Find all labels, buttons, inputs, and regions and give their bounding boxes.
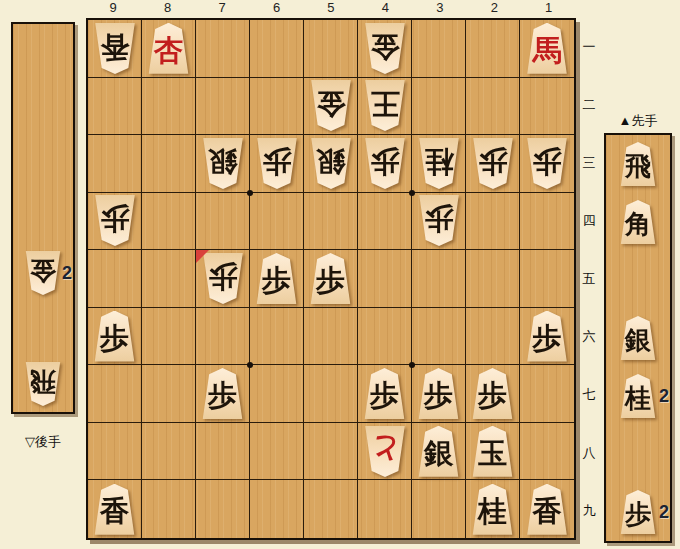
square-15[interactable]: [520, 250, 574, 308]
square-11[interactable]: 馬: [520, 20, 574, 78]
square-88[interactable]: [142, 423, 196, 481]
stand-slot-B: [13, 301, 73, 356]
piece-glyph: 香: [92, 23, 138, 74]
stand-slot-G: 金2: [13, 246, 73, 301]
piece-r[interactable]: 飛: [23, 362, 63, 406]
piece-l[interactable]: 香: [92, 23, 138, 74]
square-32[interactable]: [412, 78, 466, 136]
piece-glyph: 歩: [416, 368, 462, 419]
file-label-6: 6: [249, 0, 303, 17]
piece-S[interactable]: 銀: [618, 316, 658, 360]
star-point: [247, 362, 253, 368]
square-52[interactable]: 金: [304, 78, 358, 136]
piece-glyph: と: [362, 426, 408, 477]
piece-glyph: 桂: [416, 138, 462, 189]
square-17[interactable]: [520, 365, 574, 423]
stand-slot-G: [606, 251, 670, 309]
piece-p[interactable]: 歩: [470, 138, 516, 189]
piece-B[interactable]: 角: [618, 200, 658, 244]
sente-piece-stand: 飛角銀桂2歩2: [604, 133, 672, 543]
piece-glyph: 杏: [146, 23, 192, 74]
rank-coordinates: 一二三四五六七八九: [578, 18, 600, 540]
piece-+L[interactable]: 杏: [146, 23, 192, 74]
file-label-3: 3: [413, 0, 467, 17]
rank-label-1: 一: [578, 18, 600, 76]
square-44[interactable]: [358, 193, 412, 251]
piece-g[interactable]: 金: [23, 251, 63, 295]
piece-L[interactable]: 香: [524, 484, 570, 535]
square-45[interactable]: [358, 250, 412, 308]
square-99[interactable]: 香: [88, 480, 142, 538]
hand-count: 2: [659, 502, 669, 523]
square-51[interactable]: [304, 20, 358, 78]
square-28[interactable]: 玉: [466, 423, 520, 481]
square-82[interactable]: [142, 78, 196, 136]
last-move-marker: [196, 250, 209, 263]
piece-glyph: 馬: [524, 23, 570, 74]
square-46[interactable]: [358, 308, 412, 366]
square-13[interactable]: 歩: [520, 135, 574, 193]
square-59[interactable]: [304, 480, 358, 538]
file-label-7: 7: [195, 0, 249, 17]
square-35[interactable]: [412, 250, 466, 308]
piece-glyph: 歩: [618, 490, 658, 534]
square-92[interactable]: [88, 78, 142, 136]
square-21[interactable]: [466, 20, 520, 78]
piece-p[interactable]: 歩: [416, 195, 462, 246]
piece-glyph: 歩: [470, 368, 516, 419]
square-14[interactable]: [520, 193, 574, 251]
file-coordinates: 987654321: [86, 0, 576, 17]
piece-P[interactable]: 歩: [362, 368, 408, 419]
square-19[interactable]: 香: [520, 480, 574, 538]
piece-P[interactable]: 歩: [618, 490, 658, 534]
rank-label-9: 九: [578, 482, 600, 540]
piece-+p[interactable]: と: [362, 426, 408, 477]
square-34[interactable]: 歩: [412, 193, 466, 251]
rank-label-8: 八: [578, 424, 600, 482]
piece-P[interactable]: 歩: [254, 253, 300, 304]
piece-glyph: 飛: [23, 362, 63, 406]
square-89[interactable]: [142, 480, 196, 538]
stand-slot-S: [13, 190, 73, 245]
piece-glyph: 歩: [254, 253, 300, 304]
piece-glyph: 王: [362, 80, 408, 131]
square-87[interactable]: [142, 365, 196, 423]
square-98[interactable]: [88, 423, 142, 481]
square-18[interactable]: [520, 423, 574, 481]
piece-glyph: 金: [362, 23, 408, 74]
square-61[interactable]: [250, 20, 304, 78]
square-85[interactable]: [142, 250, 196, 308]
file-label-2: 2: [467, 0, 521, 17]
square-55[interactable]: 歩: [304, 250, 358, 308]
piece-glyph: 金: [23, 251, 63, 295]
piece-glyph: 飛: [618, 142, 658, 186]
piece-glyph: 桂: [470, 484, 516, 535]
gote-piece-stand: 金2飛: [11, 22, 75, 414]
square-71[interactable]: [196, 20, 250, 78]
square-38[interactable]: 銀: [412, 423, 466, 481]
piece-glyph: 玉: [470, 426, 516, 477]
square-93[interactable]: [88, 135, 142, 193]
piece-g[interactable]: 金: [308, 80, 354, 131]
rank-label-5: 五: [578, 250, 600, 308]
square-39[interactable]: [412, 480, 466, 538]
piece-S[interactable]: 銀: [416, 426, 462, 477]
piece-glyph: 歩: [362, 368, 408, 419]
square-57[interactable]: [304, 365, 358, 423]
square-58[interactable]: [304, 423, 358, 481]
piece-k[interactable]: 王: [362, 80, 408, 131]
square-27[interactable]: 歩: [466, 365, 520, 423]
piece-P[interactable]: 歩: [308, 253, 354, 304]
piece-+B[interactable]: 馬: [524, 23, 570, 74]
rank-label-3: 三: [578, 134, 600, 192]
star-point: [409, 190, 415, 196]
square-76[interactable]: [196, 308, 250, 366]
piece-N[interactable]: 桂: [618, 374, 658, 418]
square-84[interactable]: [142, 193, 196, 251]
stand-slot-L: [606, 425, 670, 483]
star-point: [247, 190, 253, 196]
piece-p[interactable]: 歩: [362, 138, 408, 189]
square-53[interactable]: 銀: [304, 135, 358, 193]
hand-count: 2: [659, 386, 669, 407]
piece-glyph: 香: [524, 484, 570, 535]
piece-glyph: 銀: [200, 138, 246, 189]
piece-glyph: 金: [308, 80, 354, 131]
square-77[interactable]: 歩: [196, 365, 250, 423]
square-72[interactable]: [196, 78, 250, 136]
square-22[interactable]: [466, 78, 520, 136]
stand-slot-P: 歩2: [606, 483, 670, 541]
square-73[interactable]: 銀: [196, 135, 250, 193]
square-41[interactable]: 金: [358, 20, 412, 78]
square-69[interactable]: [250, 480, 304, 538]
piece-glyph: 歩: [200, 368, 246, 419]
piece-glyph: 歩: [92, 311, 138, 362]
piece-s[interactable]: 銀: [200, 138, 246, 189]
square-48[interactable]: と: [358, 423, 412, 481]
piece-glyph: 銀: [618, 316, 658, 360]
square-95[interactable]: [88, 250, 142, 308]
piece-P[interactable]: 歩: [200, 368, 246, 419]
rank-label-4: 四: [578, 192, 600, 250]
square-36[interactable]: [412, 308, 466, 366]
square-54[interactable]: [304, 193, 358, 251]
piece-P[interactable]: 歩: [524, 311, 570, 362]
file-label-5: 5: [304, 0, 358, 17]
square-65[interactable]: 歩: [250, 250, 304, 308]
piece-P[interactable]: 歩: [470, 368, 516, 419]
piece-glyph: 歩: [308, 253, 354, 304]
piece-n[interactable]: 桂: [416, 138, 462, 189]
sente-label: ▲先手: [604, 112, 672, 130]
square-68[interactable]: [250, 423, 304, 481]
square-26[interactable]: [466, 308, 520, 366]
piece-glyph: 角: [618, 200, 658, 244]
stand-slot-S: 銀: [606, 309, 670, 367]
square-67[interactable]: [250, 365, 304, 423]
stand-slot-P: [13, 24, 73, 79]
piece-glyph: 歩: [416, 195, 462, 246]
square-56[interactable]: [304, 308, 358, 366]
piece-K[interactable]: 玉: [470, 426, 516, 477]
piece-g[interactable]: 金: [362, 23, 408, 74]
square-78[interactable]: [196, 423, 250, 481]
square-63[interactable]: 歩: [250, 135, 304, 193]
piece-glyph: 歩: [362, 138, 408, 189]
stand-slot-R: 飛: [606, 135, 670, 193]
square-75[interactable]: 歩: [196, 250, 250, 308]
gote-label: ▽後手: [11, 433, 75, 451]
square-24[interactable]: [466, 193, 520, 251]
piece-s[interactable]: 銀: [308, 138, 354, 189]
square-74[interactable]: [196, 193, 250, 251]
square-25[interactable]: [466, 250, 520, 308]
square-91[interactable]: 香: [88, 20, 142, 78]
piece-glyph: 桂: [618, 374, 658, 418]
piece-glyph: 銀: [416, 426, 462, 477]
stand-slot-L: [13, 79, 73, 134]
square-96[interactable]: 歩: [88, 308, 142, 366]
piece-P[interactable]: 歩: [416, 368, 462, 419]
stand-slot-B: 角: [606, 193, 670, 251]
piece-P[interactable]: 歩: [92, 311, 138, 362]
square-43[interactable]: 歩: [358, 135, 412, 193]
rank-label-7: 七: [578, 366, 600, 424]
square-37[interactable]: 歩: [412, 365, 466, 423]
piece-glyph: 歩: [524, 311, 570, 362]
stand-slot-R: 飛: [13, 357, 73, 412]
piece-R[interactable]: 飛: [618, 142, 658, 186]
square-33[interactable]: 桂: [412, 135, 466, 193]
square-64[interactable]: [250, 193, 304, 251]
hand-count: 2: [62, 263, 72, 284]
square-97[interactable]: [88, 365, 142, 423]
square-23[interactable]: 歩: [466, 135, 520, 193]
star-point: [409, 362, 415, 368]
file-label-8: 8: [140, 0, 194, 17]
piece-glyph: 香: [92, 484, 138, 535]
piece-glyph: 銀: [308, 138, 354, 189]
piece-glyph: 歩: [254, 138, 300, 189]
piece-p[interactable]: 歩: [254, 138, 300, 189]
file-label-4: 4: [358, 0, 412, 17]
piece-glyph: 歩: [524, 138, 570, 189]
square-66[interactable]: [250, 308, 304, 366]
square-79[interactable]: [196, 480, 250, 538]
piece-L[interactable]: 香: [92, 484, 138, 535]
square-16[interactable]: 歩: [520, 308, 574, 366]
file-label-9: 9: [86, 0, 140, 17]
piece-N[interactable]: 桂: [470, 484, 516, 535]
square-49[interactable]: [358, 480, 412, 538]
file-label-1: 1: [522, 0, 576, 17]
square-47[interactable]: 歩: [358, 365, 412, 423]
square-29[interactable]: 桂: [466, 480, 520, 538]
stand-slot-N: [13, 135, 73, 190]
square-83[interactable]: [142, 135, 196, 193]
square-31[interactable]: [412, 20, 466, 78]
rank-label-2: 二: [578, 76, 600, 134]
square-94[interactable]: 歩: [88, 193, 142, 251]
piece-p[interactable]: 歩: [92, 195, 138, 246]
square-81[interactable]: 杏: [142, 20, 196, 78]
piece-glyph: 歩: [92, 195, 138, 246]
square-42[interactable]: 王: [358, 78, 412, 136]
square-62[interactable]: [250, 78, 304, 136]
stand-slot-N: 桂2: [606, 367, 670, 425]
shogi-diagram: 金2飛 ▽後手 987654321 香杏金馬金王銀歩銀歩桂歩歩歩歩歩歩歩歩歩歩歩…: [0, 0, 680, 549]
square-12[interactable]: [520, 78, 574, 136]
rank-label-6: 六: [578, 308, 600, 366]
shogi-board: 香杏金馬金王銀歩銀歩桂歩歩歩歩歩歩歩歩歩歩歩歩歩と銀玉香桂香: [86, 18, 576, 540]
square-86[interactable]: [142, 308, 196, 366]
piece-glyph: 歩: [470, 138, 516, 189]
piece-p[interactable]: 歩: [524, 138, 570, 189]
